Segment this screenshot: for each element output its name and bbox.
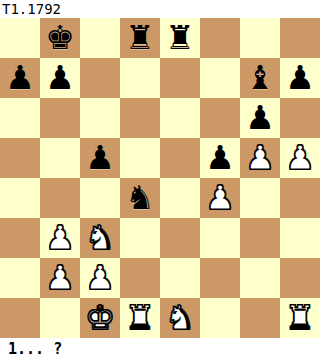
square-h8[interactable] — [280, 18, 320, 58]
square-h2[interactable] — [280, 258, 320, 298]
square-b8[interactable]: ♚ — [40, 18, 80, 58]
square-e5[interactable] — [160, 138, 200, 178]
move-prompt: 1... ? — [8, 340, 62, 358]
square-b4[interactable] — [40, 178, 80, 218]
square-d1[interactable]: ♜ — [120, 298, 160, 338]
square-b6[interactable] — [40, 98, 80, 138]
square-d2[interactable] — [120, 258, 160, 298]
square-g8[interactable] — [240, 18, 280, 58]
square-h6[interactable] — [280, 98, 320, 138]
white-rook-icon: ♜ — [285, 298, 315, 338]
square-f5[interactable]: ♟ — [200, 138, 240, 178]
square-d4[interactable]: ♞ — [120, 178, 160, 218]
square-a1[interactable] — [0, 298, 40, 338]
white-king-icon: ♚ — [85, 298, 115, 338]
white-pawn-icon: ♟ — [45, 218, 75, 258]
square-b7[interactable]: ♟ — [40, 58, 80, 98]
white-knight-icon: ♞ — [85, 218, 115, 258]
square-a6[interactable] — [0, 98, 40, 138]
black-bishop-icon: ♝ — [245, 58, 275, 98]
square-b5[interactable] — [40, 138, 80, 178]
square-d7[interactable] — [120, 58, 160, 98]
square-a5[interactable] — [0, 138, 40, 178]
square-g7[interactable]: ♝ — [240, 58, 280, 98]
square-e3[interactable] — [160, 218, 200, 258]
square-d3[interactable] — [120, 218, 160, 258]
black-pawn-icon: ♟ — [205, 138, 235, 178]
white-pawn-icon: ♟ — [45, 258, 75, 298]
square-c8[interactable] — [80, 18, 120, 58]
square-c4[interactable] — [80, 178, 120, 218]
square-f4[interactable]: ♟ — [200, 178, 240, 218]
square-a4[interactable] — [0, 178, 40, 218]
square-c3[interactable]: ♞ — [80, 218, 120, 258]
square-g1[interactable] — [240, 298, 280, 338]
square-g3[interactable] — [240, 218, 280, 258]
square-b3[interactable]: ♟ — [40, 218, 80, 258]
white-pawn-icon: ♟ — [205, 178, 235, 218]
black-pawn-icon: ♟ — [85, 138, 115, 178]
square-e8[interactable]: ♜ — [160, 18, 200, 58]
square-g5[interactable]: ♟ — [240, 138, 280, 178]
square-d5[interactable] — [120, 138, 160, 178]
black-pawn-icon: ♟ — [5, 58, 35, 98]
square-a8[interactable] — [0, 18, 40, 58]
square-h1[interactable]: ♜ — [280, 298, 320, 338]
chess-puzzle-app: T1.1792 ♚♜♜♟♟♝♟♟♟♟♟♟♞♟♟♞♟♟♚♜♞♜ 1... ? — [0, 0, 320, 360]
black-rook-icon: ♜ — [165, 18, 195, 58]
square-c7[interactable] — [80, 58, 120, 98]
square-c6[interactable] — [80, 98, 120, 138]
black-pawn-icon: ♟ — [285, 58, 315, 98]
square-e1[interactable]: ♞ — [160, 298, 200, 338]
square-f6[interactable] — [200, 98, 240, 138]
black-rook-icon: ♜ — [125, 18, 155, 58]
white-pawn-icon: ♟ — [245, 138, 275, 178]
square-e7[interactable] — [160, 58, 200, 98]
square-h7[interactable]: ♟ — [280, 58, 320, 98]
title-bar: T1.1792 — [0, 0, 320, 18]
black-pawn-icon: ♟ — [45, 58, 75, 98]
square-h3[interactable] — [280, 218, 320, 258]
white-knight-icon: ♞ — [165, 298, 195, 338]
footer-bar: 1... ? — [0, 338, 320, 360]
square-f3[interactable] — [200, 218, 240, 258]
white-rook-icon: ♜ — [125, 298, 155, 338]
square-a2[interactable] — [0, 258, 40, 298]
puzzle-title: T1.1792 — [2, 0, 61, 18]
square-b2[interactable]: ♟ — [40, 258, 80, 298]
square-e6[interactable] — [160, 98, 200, 138]
square-e2[interactable] — [160, 258, 200, 298]
square-h4[interactable] — [280, 178, 320, 218]
black-king-icon: ♚ — [45, 18, 75, 58]
square-c2[interactable]: ♟ — [80, 258, 120, 298]
square-f8[interactable] — [200, 18, 240, 58]
square-h5[interactable]: ♟ — [280, 138, 320, 178]
white-pawn-icon: ♟ — [85, 258, 115, 298]
square-f1[interactable] — [200, 298, 240, 338]
square-d8[interactable]: ♜ — [120, 18, 160, 58]
square-b1[interactable] — [40, 298, 80, 338]
square-g6[interactable]: ♟ — [240, 98, 280, 138]
square-a7[interactable]: ♟ — [0, 58, 40, 98]
square-d6[interactable] — [120, 98, 160, 138]
square-a3[interactable] — [0, 218, 40, 258]
chess-board: ♚♜♜♟♟♝♟♟♟♟♟♟♞♟♟♞♟♟♚♜♞♜ — [0, 18, 320, 338]
black-knight-icon: ♞ — [125, 178, 155, 218]
square-f2[interactable] — [200, 258, 240, 298]
square-g4[interactable] — [240, 178, 280, 218]
black-pawn-icon: ♟ — [245, 98, 275, 138]
white-pawn-icon: ♟ — [285, 138, 315, 178]
square-e4[interactable] — [160, 178, 200, 218]
square-f7[interactable] — [200, 58, 240, 98]
square-g2[interactable] — [240, 258, 280, 298]
square-c5[interactable]: ♟ — [80, 138, 120, 178]
square-c1[interactable]: ♚ — [80, 298, 120, 338]
